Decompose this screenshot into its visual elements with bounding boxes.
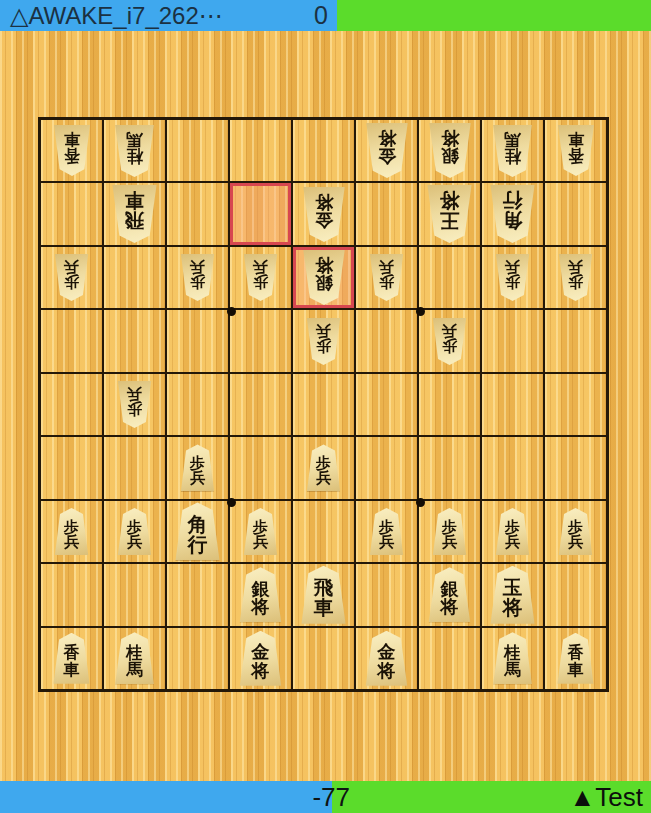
piece-sente-knight[interactable]: 桂馬	[491, 632, 534, 684]
star-point	[416, 498, 425, 507]
piece-gote-silver[interactable]: 銀将	[301, 250, 347, 305]
piece-kanji: 兵	[316, 471, 331, 486]
board-cell[interactable]	[104, 437, 165, 498]
board-cell[interactable]	[356, 437, 417, 498]
bottom-bar-green-section: ▲Test	[332, 781, 651, 813]
piece-sente-silver[interactable]: 銀将	[427, 567, 473, 622]
piece-kanji: 兵	[379, 259, 394, 274]
piece-gote-rook[interactable]: 飛車	[110, 185, 159, 243]
piece-kanji: 歩	[190, 274, 205, 289]
gote-player-name: △AWAKE_i7_262⋯	[10, 0, 223, 31]
piece-gote-pawn[interactable]: 歩兵	[368, 254, 405, 301]
board-cell[interactable]: 角行	[167, 501, 228, 562]
shogi-app: △AWAKE_i7_262⋯ 0 香車桂馬金将銀将桂馬香車飛車金将王将角行歩兵歩…	[0, 0, 651, 813]
piece-kanji: 香	[568, 147, 584, 163]
board-cell[interactable]: 歩兵	[482, 247, 543, 308]
piece-gote-pawn[interactable]: 歩兵	[53, 254, 90, 301]
piece-sente-pawn[interactable]: 歩兵	[494, 508, 531, 555]
board-cell[interactable]: 歩兵	[41, 247, 102, 308]
board-cell[interactable]: 桂馬	[104, 628, 165, 689]
board-cell[interactable]	[167, 374, 228, 435]
board-cell[interactable]: 金将	[230, 628, 291, 689]
piece-kanji: 将	[440, 191, 460, 211]
piece-kanji: 車	[64, 131, 80, 147]
top-status-bar: △AWAKE_i7_262⋯ 0	[0, 0, 651, 31]
piece-kanji: 金	[378, 147, 396, 165]
board-cell[interactable]: 歩兵	[230, 247, 291, 308]
board-cell[interactable]	[230, 183, 291, 244]
piece-gote-pawn[interactable]: 歩兵	[557, 254, 594, 301]
board-cell[interactable]: 香車	[545, 628, 606, 689]
board-cell[interactable]	[104, 247, 165, 308]
gote-clock: 0	[314, 0, 328, 31]
piece-kanji: 歩	[379, 274, 394, 289]
piece-kanji: 将	[441, 129, 459, 147]
board-cell[interactable]	[41, 183, 102, 244]
piece-gote-gold[interactable]: 金将	[364, 123, 410, 178]
piece-gote-king[interactable]: 王将	[425, 185, 474, 243]
board-cell[interactable]: 金将	[293, 183, 354, 244]
board-cell[interactable]: 歩兵	[104, 374, 165, 435]
board-cell[interactable]: 金将	[356, 120, 417, 181]
piece-sente-gold[interactable]: 金将	[364, 631, 410, 686]
piece-sente-king[interactable]: 玉将	[488, 566, 537, 624]
board-cell[interactable]: 歩兵	[545, 247, 606, 308]
piece-kanji: 兵	[316, 322, 331, 337]
board-cell[interactable]: 歩兵	[482, 501, 543, 562]
board-cell[interactable]	[419, 374, 480, 435]
piece-gote-gold[interactable]: 金将	[301, 187, 347, 242]
star-point	[227, 307, 236, 316]
piece-kanji: 金	[252, 643, 270, 661]
board-cell[interactable]	[167, 310, 228, 371]
piece-kanji: 兵	[127, 386, 142, 401]
piece-sente-knight[interactable]: 桂馬	[113, 632, 156, 684]
board-cell[interactable]: 歩兵	[545, 501, 606, 562]
piece-kanji: 将	[252, 598, 270, 616]
piece-kanji: 歩	[127, 401, 142, 416]
board-cell[interactable]	[41, 310, 102, 371]
piece-gote-pawn[interactable]: 歩兵	[305, 318, 342, 365]
board-cell[interactable]	[545, 564, 606, 625]
board-cell[interactable]	[41, 374, 102, 435]
piece-sente-lance[interactable]: 香車	[52, 633, 92, 684]
piece-kanji: 兵	[505, 259, 520, 274]
board-cell[interactable]: 桂馬	[482, 120, 543, 181]
piece-kanji: 飛	[125, 211, 145, 231]
board-cell[interactable]	[419, 247, 480, 308]
board-cell[interactable]	[482, 374, 543, 435]
piece-kanji: 車	[314, 598, 334, 618]
board-cell[interactable]	[167, 120, 228, 181]
piece-kanji: 銀	[441, 147, 459, 165]
board-cell[interactable]: 銀将	[293, 247, 354, 308]
board-cell[interactable]: 銀将	[230, 564, 291, 625]
piece-kanji: 将	[503, 598, 523, 618]
piece-sente-pawn[interactable]: 歩兵	[242, 508, 279, 555]
board-cell[interactable]	[419, 628, 480, 689]
board-cell[interactable]	[545, 374, 606, 435]
board-cell[interactable]: 歩兵	[419, 501, 480, 562]
bottom-bar-blue-section	[0, 781, 332, 813]
piece-kanji: 歩	[568, 274, 583, 289]
piece-kanji: 金	[378, 643, 396, 661]
board-cell[interactable]	[41, 564, 102, 625]
board-cell[interactable]: 歩兵	[356, 247, 417, 308]
piece-kanji: 角	[503, 211, 523, 231]
board-cell[interactable]	[482, 310, 543, 371]
piece-kanji: 将	[378, 662, 396, 680]
piece-kanji: 馬	[126, 130, 143, 147]
piece-gote-pawn[interactable]: 歩兵	[116, 381, 153, 428]
top-bar-blue-section: △AWAKE_i7_262⋯ 0	[0, 0, 337, 31]
piece-kanji: 将	[315, 256, 333, 274]
bottom-status-bar: ▲Test -77	[0, 781, 651, 813]
piece-kanji: 兵	[253, 259, 268, 274]
board-cell[interactable]	[104, 310, 165, 371]
piece-kanji: 行	[503, 191, 523, 211]
piece-gote-pawn[interactable]: 歩兵	[242, 254, 279, 301]
board-cell[interactable]	[545, 183, 606, 244]
board-cell[interactable]	[167, 564, 228, 625]
piece-kanji: 馬	[126, 662, 143, 679]
piece-kanji: 兵	[127, 535, 142, 550]
piece-sente-pawn[interactable]: 歩兵	[179, 444, 216, 491]
piece-kanji: 馬	[504, 130, 521, 147]
piece-sente-bishop[interactable]: 角行	[173, 502, 222, 560]
board-cell[interactable]	[545, 437, 606, 498]
piece-kanji: 将	[252, 662, 270, 680]
piece-sente-lance[interactable]: 香車	[556, 633, 596, 684]
piece-sente-silver[interactable]: 銀将	[238, 567, 284, 622]
piece-kanji: 歩	[64, 274, 79, 289]
board-cell[interactable]	[41, 437, 102, 498]
piece-gote-lance[interactable]: 香車	[52, 125, 92, 176]
piece-kanji: 桂	[504, 147, 521, 164]
top-bar-green-section	[337, 0, 651, 31]
board-cell[interactable]: 桂馬	[104, 120, 165, 181]
piece-kanji: 兵	[64, 535, 79, 550]
piece-sente-pawn[interactable]: 歩兵	[557, 508, 594, 555]
piece-gote-lance[interactable]: 香車	[556, 125, 596, 176]
piece-gote-bishop[interactable]: 角行	[488, 185, 537, 243]
piece-kanji: 角	[188, 515, 208, 535]
piece-kanji: 車	[125, 191, 145, 211]
piece-kanji: 行	[188, 535, 208, 555]
board-cell[interactable]	[293, 374, 354, 435]
piece-kanji: 兵	[190, 259, 205, 274]
piece-gote-pawn[interactable]: 歩兵	[179, 254, 216, 301]
piece-kanji: 金	[315, 211, 333, 229]
evaluation-score: -77	[312, 781, 350, 813]
piece-kanji: 兵	[505, 535, 520, 550]
board-cell[interactable]	[356, 374, 417, 435]
board-cell[interactable]	[356, 310, 417, 371]
piece-sente-pawn[interactable]: 歩兵	[53, 508, 90, 555]
piece-kanji: 兵	[64, 259, 79, 274]
board-cell[interactable]: 角行	[482, 183, 543, 244]
piece-gote-pawn[interactable]: 歩兵	[431, 318, 468, 365]
board-cell[interactable]: 歩兵	[167, 437, 228, 498]
board-cell[interactable]	[545, 310, 606, 371]
piece-kanji: 兵	[190, 471, 205, 486]
piece-kanji: 兵	[568, 259, 583, 274]
board-cell[interactable]: 歩兵	[293, 310, 354, 371]
board-cell[interactable]: 歩兵	[41, 501, 102, 562]
board-cell[interactable]	[293, 628, 354, 689]
piece-kanji: 車	[64, 662, 80, 678]
board-cell[interactable]	[419, 437, 480, 498]
board-cell[interactable]: 歩兵	[419, 310, 480, 371]
board-cell[interactable]	[167, 183, 228, 244]
piece-gote-silver[interactable]: 銀将	[427, 123, 473, 178]
board-cell[interactable]: 香車	[545, 120, 606, 181]
piece-kanji: 歩	[505, 274, 520, 289]
board-cell[interactable]	[482, 437, 543, 498]
shogi-board: 香車桂馬金将銀将桂馬香車飛車金将王将角行歩兵歩兵歩兵銀将歩兵歩兵歩兵歩兵歩兵歩兵…	[38, 117, 609, 692]
piece-sente-pawn[interactable]: 歩兵	[116, 508, 153, 555]
piece-kanji: 将	[378, 129, 396, 147]
piece-sente-pawn[interactable]: 歩兵	[431, 508, 468, 555]
board-cell[interactable]: 桂馬	[482, 628, 543, 689]
board-cell[interactable]: 歩兵	[356, 501, 417, 562]
board-cell[interactable]: 金将	[356, 628, 417, 689]
board-cell[interactable]: 歩兵	[230, 501, 291, 562]
board-cell[interactable]: 香車	[41, 120, 102, 181]
piece-kanji: 歩	[253, 274, 268, 289]
board-cell[interactable]	[230, 374, 291, 435]
board-cell[interactable]: 飛車	[293, 564, 354, 625]
board-cell[interactable]	[230, 310, 291, 371]
piece-kanji: 兵	[568, 535, 583, 550]
board-cell[interactable]	[293, 120, 354, 181]
board-cell[interactable]	[356, 183, 417, 244]
board-cell[interactable]	[293, 501, 354, 562]
piece-kanji: 兵	[379, 535, 394, 550]
piece-sente-gold[interactable]: 金将	[238, 631, 284, 686]
sente-player-name: ▲Test	[570, 781, 643, 813]
board-cell[interactable]: 銀将	[419, 120, 480, 181]
piece-gote-pawn[interactable]: 歩兵	[494, 254, 531, 301]
star-point	[416, 307, 425, 316]
piece-gote-knight[interactable]: 桂馬	[491, 125, 534, 177]
board-cell[interactable]: 銀将	[419, 564, 480, 625]
board-cell[interactable]	[104, 564, 165, 625]
board-cell[interactable]: 歩兵	[167, 247, 228, 308]
board-cell[interactable]: 香車	[41, 628, 102, 689]
star-point	[227, 498, 236, 507]
piece-sente-pawn[interactable]: 歩兵	[368, 508, 405, 555]
piece-sente-rook[interactable]: 飛車	[299, 566, 348, 624]
piece-kanji: 兵	[253, 535, 268, 550]
piece-kanji: 将	[315, 192, 333, 210]
piece-kanji: 将	[441, 598, 459, 616]
board-cell[interactable]	[167, 628, 228, 689]
board-cell[interactable]	[356, 564, 417, 625]
board-cell[interactable]: 飛車	[104, 183, 165, 244]
piece-kanji: 桂	[126, 147, 143, 164]
board-cell[interactable]: 玉将	[482, 564, 543, 625]
piece-kanji: 車	[568, 131, 584, 147]
board-cell[interactable]: 歩兵	[104, 501, 165, 562]
board-cell[interactable]: 歩兵	[293, 437, 354, 498]
piece-kanji: 車	[568, 662, 584, 678]
piece-kanji: 兵	[442, 535, 457, 550]
piece-kanji: 兵	[442, 322, 457, 337]
board-cell[interactable]: 王将	[419, 183, 480, 244]
piece-kanji: 馬	[504, 662, 521, 679]
board-cell[interactable]	[230, 437, 291, 498]
piece-kanji: 王	[440, 211, 460, 231]
piece-sente-pawn[interactable]: 歩兵	[305, 444, 342, 491]
board-cell[interactable]	[230, 120, 291, 181]
piece-gote-knight[interactable]: 桂馬	[113, 125, 156, 177]
piece-kanji: 銀	[315, 274, 333, 292]
piece-kanji: 香	[64, 147, 80, 163]
